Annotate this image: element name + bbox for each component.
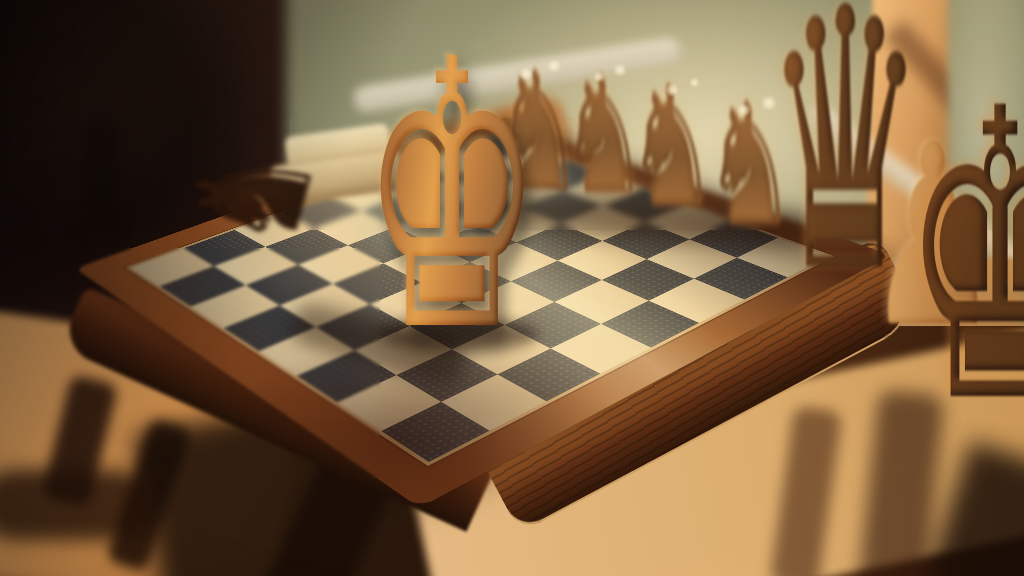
bokeh-highlight bbox=[614, 64, 626, 76]
bokeh-highlight bbox=[690, 78, 699, 87]
bokeh-highlight bbox=[548, 60, 560, 72]
bokeh-highlight bbox=[520, 68, 532, 80]
bokeh-highlight bbox=[666, 84, 678, 96]
bokeh-highlight bbox=[762, 96, 776, 110]
photo-scene: ♞ ♞ ♞ ♞ ♞ ♛ ♟ ♚ ♚ bbox=[0, 0, 1024, 576]
bokeh-highlight bbox=[594, 72, 604, 82]
depth-blur-near bbox=[36, 248, 380, 478]
shadow-blob bbox=[0, 470, 150, 540]
bokeh-highlight bbox=[738, 104, 750, 116]
chair-leg-silhouette bbox=[84, 120, 118, 230]
